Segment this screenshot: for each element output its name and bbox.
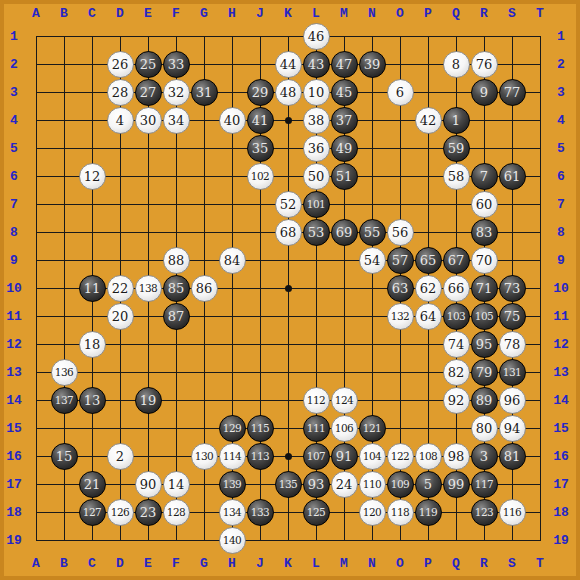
stone-c12-move-18: 18 [79,331,106,358]
col-label-e: E [134,554,162,572]
col-label-t: T [526,4,554,22]
col-label-s: S [498,554,526,572]
stone-f17-move-14: 14 [163,471,190,498]
stone-r12-move-95: 95 [471,331,498,358]
stone-m3-move-45: 45 [331,79,358,106]
row-label-5: 5 [4,134,24,162]
stone-n2-move-39: 39 [359,51,386,78]
star-point-k4 [285,117,292,124]
stone-d3-move-28: 28 [107,79,134,106]
row-label-8: 8 [4,218,24,246]
stone-s18-move-116: 116 [499,499,526,526]
stone-l18-move-125: 125 [303,499,330,526]
col-label-j: J [246,554,274,572]
stone-p16-move-108: 108 [415,443,442,470]
stone-n18-move-120: 120 [359,499,386,526]
stone-p9-move-65: 65 [415,247,442,274]
stone-h17-move-139: 139 [219,471,246,498]
stone-q16-move-98: 98 [443,443,470,470]
stone-s16-move-81: 81 [499,443,526,470]
stone-j15-move-115: 115 [247,415,274,442]
stone-s10-move-73: 73 [499,275,526,302]
col-label-k: K [274,4,302,22]
stone-r8-move-83: 83 [471,219,498,246]
stone-r10-move-71: 71 [471,275,498,302]
stone-o3-move-6: 6 [387,79,414,106]
col-label-p: P [414,554,442,572]
row-label-4: 4 [4,106,24,134]
stone-m5-move-49: 49 [331,135,358,162]
stone-h15-move-129: 129 [219,415,246,442]
stone-l8-move-53: 53 [303,219,330,246]
stone-d4-move-4: 4 [107,107,134,134]
stones-layer: 1234567891011121314151819202122232425262… [22,22,554,554]
star-point-k10 [285,285,292,292]
stone-q2-move-8: 8 [443,51,470,78]
col-label-g: G [190,4,218,22]
stone-m17-move-24: 24 [331,471,358,498]
stone-q9-move-67: 67 [443,247,470,274]
row-label-12: 12 [4,330,24,358]
stone-p18-move-119: 119 [415,499,442,526]
stone-k17-move-135: 135 [275,471,302,498]
stone-g10-move-86: 86 [191,275,218,302]
stone-h19-move-140: 140 [219,527,246,554]
stone-c17-move-21: 21 [79,471,106,498]
stone-p4-move-42: 42 [415,107,442,134]
row-label-1: 1 [4,22,24,50]
col-label-d: D [106,554,134,572]
stone-d16-move-2: 2 [107,443,134,470]
col-label-m: M [330,4,358,22]
stone-e10-move-138: 138 [135,275,162,302]
stone-d10-move-22: 22 [107,275,134,302]
stone-f10-move-85: 85 [163,275,190,302]
col-label-a: A [22,554,50,572]
stone-q12-move-74: 74 [443,331,470,358]
col-label-n: N [358,4,386,22]
stone-e3-move-27: 27 [135,79,162,106]
stone-g3-move-31: 31 [191,79,218,106]
col-label-g: G [190,554,218,572]
stone-m4-move-37: 37 [331,107,358,134]
stone-f4-move-34: 34 [163,107,190,134]
stone-s11-move-75: 75 [499,303,526,330]
stone-g16-move-130: 130 [191,443,218,470]
stone-f11-move-87: 87 [163,303,190,330]
stone-l16-move-107: 107 [303,443,330,470]
stone-r15-move-80: 80 [471,415,498,442]
stone-e4-move-30: 30 [135,107,162,134]
stone-r14-move-89: 89 [471,387,498,414]
col-label-f: F [162,554,190,572]
stone-q5-move-59: 59 [443,135,470,162]
stone-e18-move-23: 23 [135,499,162,526]
stone-l7-move-101: 101 [303,191,330,218]
col-label-c: C [78,4,106,22]
stone-o8-move-56: 56 [387,219,414,246]
col-label-a: A [22,4,50,22]
stone-o16-move-122: 122 [387,443,414,470]
stone-q11-move-103: 103 [443,303,470,330]
stone-o10-move-63: 63 [387,275,414,302]
stone-h18-move-134: 134 [219,499,246,526]
stone-k8-move-68: 68 [275,219,302,246]
stone-f18-move-128: 128 [163,499,190,526]
stone-r17-move-117: 117 [471,471,498,498]
stone-o11-move-132: 132 [387,303,414,330]
stone-m2-move-47: 47 [331,51,358,78]
col-label-k: K [274,554,302,572]
col-label-f: F [162,4,190,22]
stone-m8-move-69: 69 [331,219,358,246]
stone-h4-move-40: 40 [219,107,246,134]
stone-e17-move-90: 90 [135,471,162,498]
stone-r3-move-9: 9 [471,79,498,106]
stone-n17-move-110: 110 [359,471,386,498]
stone-j18-move-133: 133 [247,499,274,526]
stone-q10-move-66: 66 [443,275,470,302]
stone-q4-move-1: 1 [443,107,470,134]
col-label-e: E [134,4,162,22]
stone-l4-move-38: 38 [303,107,330,134]
col-label-h: H [218,554,246,572]
row-label-15: 15 [4,414,24,442]
stone-m6-move-51: 51 [331,163,358,190]
stone-r13-move-79: 79 [471,359,498,386]
stone-q17-move-99: 99 [443,471,470,498]
row-label-16: 16 [4,442,24,470]
stone-q14-move-92: 92 [443,387,470,414]
row-label-3: 3 [4,78,24,106]
col-label-b: B [50,4,78,22]
stone-r7-move-60: 60 [471,191,498,218]
stone-s3-move-77: 77 [499,79,526,106]
stone-l6-move-50: 50 [303,163,330,190]
stone-e2-move-25: 25 [135,51,162,78]
stone-c6-move-12: 12 [79,163,106,190]
stone-q6-move-58: 58 [443,163,470,190]
stone-l5-move-36: 36 [303,135,330,162]
col-label-m: M [330,554,358,572]
row-label-11: 11 [4,302,24,330]
stone-n8-move-55: 55 [359,219,386,246]
stone-k3-move-48: 48 [275,79,302,106]
stone-b16-move-15: 15 [51,443,78,470]
stone-r18-move-123: 123 [471,499,498,526]
stone-m16-move-91: 91 [331,443,358,470]
stone-l17-move-93: 93 [303,471,330,498]
stone-l1-move-46: 46 [303,23,330,50]
row-label-17: 17 [4,470,24,498]
stone-c14-move-13: 13 [79,387,106,414]
stone-d11-move-20: 20 [107,303,134,330]
stone-j16-move-113: 113 [247,443,274,470]
stone-d2-move-26: 26 [107,51,134,78]
stone-n15-move-121: 121 [359,415,386,442]
col-label-j: J [246,4,274,22]
stone-f9-move-88: 88 [163,247,190,274]
row-label-10: 10 [4,274,24,302]
col-label-c: C [78,554,106,572]
col-label-n: N [358,554,386,572]
stone-o18-move-118: 118 [387,499,414,526]
row-label-6: 6 [4,162,24,190]
stone-l3-move-10: 10 [303,79,330,106]
stone-n16-move-104: 104 [359,443,386,470]
stone-s13-move-131: 131 [499,359,526,386]
stone-d18-move-126: 126 [107,499,134,526]
stone-j4-move-41: 41 [247,107,274,134]
stone-k7-move-52: 52 [275,191,302,218]
stone-s12-move-78: 78 [499,331,526,358]
stone-s15-move-94: 94 [499,415,526,442]
col-label-s: S [498,4,526,22]
col-label-r: R [470,554,498,572]
go-board-diagram: ABCDEFGHJKLMNOPQRST ABCDEFGHJKLMNOPQRST … [0,0,580,580]
stone-o17-move-109: 109 [387,471,414,498]
col-label-l: L [302,554,330,572]
stone-m14-move-124: 124 [331,387,358,414]
row-label-18: 18 [4,498,24,526]
col-label-l: L [302,4,330,22]
stone-k2-move-44: 44 [275,51,302,78]
col-label-t: T [526,554,554,572]
col-label-d: D [106,4,134,22]
col-label-o: O [386,554,414,572]
col-label-q: Q [442,4,470,22]
stone-n9-move-54: 54 [359,247,386,274]
star-point-k16 [285,453,292,460]
stone-l14-move-112: 112 [303,387,330,414]
row-label-13: 13 [4,358,24,386]
column-labels-top: ABCDEFGHJKLMNOPQRST [22,4,554,22]
stone-r2-move-76: 76 [471,51,498,78]
col-label-q: Q [442,554,470,572]
stone-s6-move-61: 61 [499,163,526,190]
column-labels-bottom: ABCDEFGHJKLMNOPQRST [22,554,554,572]
col-label-h: H [218,4,246,22]
row-label-14: 14 [4,386,24,414]
row-label-9: 9 [4,246,24,274]
stone-l2-move-43: 43 [303,51,330,78]
stone-m15-move-106: 106 [331,415,358,442]
stone-h9-move-84: 84 [219,247,246,274]
stone-e14-move-19: 19 [135,387,162,414]
stone-b13-move-136: 136 [51,359,78,386]
col-label-p: P [414,4,442,22]
col-label-o: O [386,4,414,22]
stone-r11-move-105: 105 [471,303,498,330]
row-label-2: 2 [4,50,24,78]
stone-j3-move-29: 29 [247,79,274,106]
stone-f2-move-33: 33 [163,51,190,78]
col-label-b: B [50,554,78,572]
stone-p17-move-5: 5 [415,471,442,498]
stone-j5-move-35: 35 [247,135,274,162]
stone-s14-move-96: 96 [499,387,526,414]
stone-r16-move-3: 3 [471,443,498,470]
stone-f3-move-32: 32 [163,79,190,106]
stone-j6-move-102: 102 [247,163,274,190]
stone-r9-move-70: 70 [471,247,498,274]
stone-h16-move-114: 114 [219,443,246,470]
stone-l15-move-111: 111 [303,415,330,442]
row-label-7: 7 [4,190,24,218]
stone-o9-move-57: 57 [387,247,414,274]
stone-b14-move-137: 137 [51,387,78,414]
stone-c10-move-11: 11 [79,275,106,302]
stone-q13-move-82: 82 [443,359,470,386]
row-label-19: 19 [4,526,24,554]
stone-r6-move-7: 7 [471,163,498,190]
stone-c18-move-127: 127 [79,499,106,526]
row-labels-left: 12345678910111213141516171819 [4,22,24,554]
col-label-r: R [470,4,498,22]
stone-p11-move-64: 64 [415,303,442,330]
stone-p10-move-62: 62 [415,275,442,302]
